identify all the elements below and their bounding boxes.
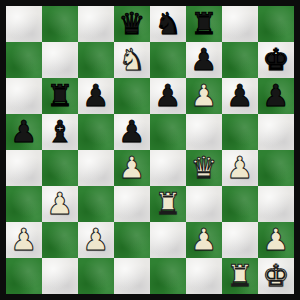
square-a4[interactable] bbox=[6, 150, 42, 186]
black-pawn: ♟ bbox=[119, 114, 146, 150]
square-g3[interactable] bbox=[222, 186, 258, 222]
black-pawn: ♟ bbox=[263, 78, 290, 114]
square-d1[interactable] bbox=[114, 258, 150, 294]
square-a3[interactable] bbox=[6, 186, 42, 222]
square-d5[interactable]: ♟ bbox=[114, 114, 150, 150]
square-e2[interactable] bbox=[150, 222, 186, 258]
white-pawn: ♟ bbox=[83, 222, 110, 258]
square-c8[interactable] bbox=[78, 6, 114, 42]
square-a5[interactable]: ♟ bbox=[6, 114, 42, 150]
white-rook: ♜ bbox=[155, 186, 182, 222]
black-pawn: ♟ bbox=[191, 42, 218, 78]
square-f5[interactable] bbox=[186, 114, 222, 150]
square-f2[interactable]: ♟ bbox=[186, 222, 222, 258]
black-pawn: ♟ bbox=[155, 78, 182, 114]
black-queen: ♛ bbox=[119, 6, 146, 42]
square-d8[interactable]: ♛ bbox=[114, 6, 150, 42]
square-f1[interactable] bbox=[186, 258, 222, 294]
square-h3[interactable] bbox=[258, 186, 294, 222]
white-knight: ♞ bbox=[119, 42, 146, 78]
square-g5[interactable] bbox=[222, 114, 258, 150]
square-g4[interactable]: ♟ bbox=[222, 150, 258, 186]
square-h5[interactable] bbox=[258, 114, 294, 150]
white-pawn: ♟ bbox=[263, 222, 290, 258]
square-g2[interactable] bbox=[222, 222, 258, 258]
square-e5[interactable] bbox=[150, 114, 186, 150]
square-c3[interactable] bbox=[78, 186, 114, 222]
square-c5[interactable] bbox=[78, 114, 114, 150]
square-b2[interactable] bbox=[42, 222, 78, 258]
square-d3[interactable] bbox=[114, 186, 150, 222]
square-h4[interactable] bbox=[258, 150, 294, 186]
square-g7[interactable] bbox=[222, 42, 258, 78]
black-rook: ♜ bbox=[191, 6, 218, 42]
square-c4[interactable] bbox=[78, 150, 114, 186]
square-h2[interactable]: ♟ bbox=[258, 222, 294, 258]
square-c6[interactable]: ♟ bbox=[78, 78, 114, 114]
square-b6[interactable]: ♜ bbox=[42, 78, 78, 114]
square-d7[interactable]: ♞ bbox=[114, 42, 150, 78]
square-b1[interactable] bbox=[42, 258, 78, 294]
white-pawn: ♟ bbox=[191, 222, 218, 258]
square-c1[interactable] bbox=[78, 258, 114, 294]
square-e1[interactable] bbox=[150, 258, 186, 294]
square-c2[interactable]: ♟ bbox=[78, 222, 114, 258]
white-pawn: ♟ bbox=[47, 186, 74, 222]
square-a8[interactable] bbox=[6, 6, 42, 42]
square-e6[interactable]: ♟ bbox=[150, 78, 186, 114]
chess-board: ♛♞♜♞♟♚♜♟♟♟♟♟♟♝♟♟♛♟♟♜♟♟♟♟♜♚ bbox=[6, 6, 294, 294]
square-d6[interactable] bbox=[114, 78, 150, 114]
board-frame: ♛♞♜♞♟♚♜♟♟♟♟♟♟♝♟♟♛♟♟♜♟♟♟♟♜♚ bbox=[0, 0, 300, 300]
square-d2[interactable] bbox=[114, 222, 150, 258]
square-f3[interactable] bbox=[186, 186, 222, 222]
white-pawn: ♟ bbox=[11, 222, 38, 258]
square-f8[interactable]: ♜ bbox=[186, 6, 222, 42]
square-a7[interactable] bbox=[6, 42, 42, 78]
black-rook: ♜ bbox=[47, 78, 74, 114]
square-b4[interactable] bbox=[42, 150, 78, 186]
square-e7[interactable] bbox=[150, 42, 186, 78]
square-g6[interactable]: ♟ bbox=[222, 78, 258, 114]
square-h8[interactable] bbox=[258, 6, 294, 42]
white-pawn: ♟ bbox=[191, 78, 218, 114]
square-a2[interactable]: ♟ bbox=[6, 222, 42, 258]
square-b5[interactable]: ♝ bbox=[42, 114, 78, 150]
black-bishop: ♝ bbox=[47, 114, 74, 150]
square-b3[interactable]: ♟ bbox=[42, 186, 78, 222]
white-king: ♚ bbox=[263, 258, 290, 294]
square-b7[interactable] bbox=[42, 42, 78, 78]
square-f7[interactable]: ♟ bbox=[186, 42, 222, 78]
square-f6[interactable]: ♟ bbox=[186, 78, 222, 114]
square-h1[interactable]: ♚ bbox=[258, 258, 294, 294]
square-e4[interactable] bbox=[150, 150, 186, 186]
black-pawn: ♟ bbox=[11, 114, 38, 150]
white-pawn: ♟ bbox=[119, 150, 146, 186]
square-h6[interactable]: ♟ bbox=[258, 78, 294, 114]
square-a1[interactable] bbox=[6, 258, 42, 294]
white-pawn: ♟ bbox=[227, 150, 254, 186]
black-knight: ♞ bbox=[155, 6, 182, 42]
black-pawn: ♟ bbox=[83, 78, 110, 114]
square-g8[interactable] bbox=[222, 6, 258, 42]
square-g1[interactable]: ♜ bbox=[222, 258, 258, 294]
square-b8[interactable] bbox=[42, 6, 78, 42]
square-e8[interactable]: ♞ bbox=[150, 6, 186, 42]
black-king: ♚ bbox=[263, 42, 290, 78]
square-d4[interactable]: ♟ bbox=[114, 150, 150, 186]
white-rook: ♜ bbox=[227, 258, 254, 294]
square-e3[interactable]: ♜ bbox=[150, 186, 186, 222]
white-queen: ♛ bbox=[191, 150, 218, 186]
square-h7[interactable]: ♚ bbox=[258, 42, 294, 78]
square-a6[interactable] bbox=[6, 78, 42, 114]
square-c7[interactable] bbox=[78, 42, 114, 78]
black-pawn: ♟ bbox=[227, 78, 254, 114]
square-f4[interactable]: ♛ bbox=[186, 150, 222, 186]
